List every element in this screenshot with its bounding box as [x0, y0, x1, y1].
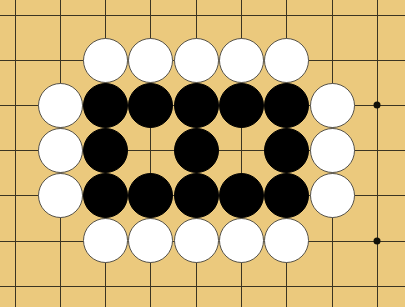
intersection-c1-r3[interactable]	[38, 128, 83, 173]
black-stone[interactable]	[264, 128, 309, 173]
intersection-c0-r0[interactable]	[0, 0, 38, 38]
intersection-c3-r0[interactable]	[128, 0, 173, 38]
intersection-c0-r3[interactable]	[0, 128, 38, 173]
intersection-c0-r2[interactable]	[0, 83, 38, 128]
intersection-c3-r2[interactable]	[128, 83, 173, 128]
intersection-c3-r3[interactable]	[128, 128, 173, 173]
intersection-c6-r6[interactable]	[264, 264, 309, 307]
intersection-c1-r5[interactable]	[38, 218, 83, 263]
intersection-c2-r5[interactable]	[83, 218, 128, 263]
intersection-c8-r3[interactable]	[355, 128, 400, 173]
intersection-c0-r1[interactable]	[0, 38, 38, 83]
intersection-c3-r1[interactable]	[128, 38, 173, 83]
intersection-c5-r4[interactable]	[219, 173, 264, 218]
intersection-c8-r1[interactable]	[355, 38, 400, 83]
white-stone[interactable]	[310, 128, 355, 173]
intersection-c7-r2[interactable]	[309, 83, 354, 128]
intersection-c3-r5[interactable]	[128, 218, 173, 263]
white-stone[interactable]	[83, 218, 128, 263]
black-stone[interactable]	[128, 173, 173, 218]
black-stone[interactable]	[219, 83, 264, 128]
intersection-c5-r5[interactable]	[219, 218, 264, 263]
intersection-c4-r5[interactable]	[174, 218, 219, 263]
intersection-c2-r4[interactable]	[83, 173, 128, 218]
intersection-c4-r0[interactable]	[174, 0, 219, 38]
black-stone[interactable]	[174, 173, 219, 218]
intersection-c2-r2[interactable]	[83, 83, 128, 128]
black-stone[interactable]	[219, 173, 264, 218]
intersection-c4-r4[interactable]	[174, 173, 219, 218]
white-stone[interactable]	[219, 218, 264, 263]
intersection-c5-r3[interactable]	[219, 128, 264, 173]
white-stone[interactable]	[38, 173, 83, 218]
intersection-c7-r3[interactable]	[309, 128, 354, 173]
white-stone[interactable]	[174, 38, 219, 83]
intersection-c3-r6[interactable]	[128, 264, 173, 307]
intersection-c8-r6[interactable]	[355, 264, 400, 307]
intersection-c2-r1[interactable]	[83, 38, 128, 83]
intersection-c5-r2[interactable]	[219, 83, 264, 128]
white-stone[interactable]	[38, 128, 83, 173]
black-stone[interactable]	[128, 83, 173, 128]
black-stone[interactable]	[174, 128, 219, 173]
black-stone[interactable]	[83, 173, 128, 218]
intersection-c0-r5[interactable]	[0, 218, 38, 263]
intersection-c1-r6[interactable]	[38, 264, 83, 307]
intersection-c8-r0[interactable]	[355, 0, 400, 38]
intersection-c8-r5[interactable]	[355, 218, 400, 263]
go-board[interactable]	[0, 0, 405, 307]
intersection-c6-r4[interactable]	[264, 173, 309, 218]
intersection-c5-r1[interactable]	[219, 38, 264, 83]
intersection-c7-r1[interactable]	[309, 38, 354, 83]
stone-grid	[0, 0, 400, 307]
intersection-c6-r3[interactable]	[264, 128, 309, 173]
white-stone[interactable]	[264, 38, 309, 83]
white-stone[interactable]	[310, 83, 355, 128]
intersection-c1-r4[interactable]	[38, 173, 83, 218]
black-stone[interactable]	[264, 83, 309, 128]
black-stone[interactable]	[83, 128, 128, 173]
white-stone[interactable]	[174, 218, 219, 263]
intersection-c7-r0[interactable]	[309, 0, 354, 38]
intersection-c7-r6[interactable]	[309, 264, 354, 307]
intersection-c2-r3[interactable]	[83, 128, 128, 173]
intersection-c6-r1[interactable]	[264, 38, 309, 83]
black-stone[interactable]	[264, 173, 309, 218]
intersection-c1-r0[interactable]	[38, 0, 83, 38]
intersection-c5-r6[interactable]	[219, 264, 264, 307]
intersection-c8-r4[interactable]	[355, 173, 400, 218]
white-stone[interactable]	[310, 173, 355, 218]
white-stone[interactable]	[128, 218, 173, 263]
intersection-c8-r2[interactable]	[355, 83, 400, 128]
white-stone[interactable]	[83, 38, 128, 83]
intersection-c7-r5[interactable]	[309, 218, 354, 263]
intersection-c6-r0[interactable]	[264, 0, 309, 38]
intersection-c2-r6[interactable]	[83, 264, 128, 307]
white-stone[interactable]	[128, 38, 173, 83]
white-stone[interactable]	[38, 83, 83, 128]
intersection-c1-r1[interactable]	[38, 38, 83, 83]
intersection-c4-r2[interactable]	[174, 83, 219, 128]
intersection-c6-r2[interactable]	[264, 83, 309, 128]
intersection-c2-r0[interactable]	[83, 0, 128, 38]
intersection-c6-r5[interactable]	[264, 218, 309, 263]
intersection-c0-r6[interactable]	[0, 264, 38, 307]
intersection-c7-r4[interactable]	[309, 173, 354, 218]
intersection-c1-r2[interactable]	[38, 83, 83, 128]
intersection-c4-r3[interactable]	[174, 128, 219, 173]
black-stone[interactable]	[83, 83, 128, 128]
white-stone[interactable]	[264, 218, 309, 263]
black-stone[interactable]	[174, 83, 219, 128]
intersection-c4-r1[interactable]	[174, 38, 219, 83]
intersection-c5-r0[interactable]	[219, 0, 264, 38]
intersection-c3-r4[interactable]	[128, 173, 173, 218]
white-stone[interactable]	[219, 38, 264, 83]
intersection-c0-r4[interactable]	[0, 173, 38, 218]
intersection-c4-r6[interactable]	[174, 264, 219, 307]
